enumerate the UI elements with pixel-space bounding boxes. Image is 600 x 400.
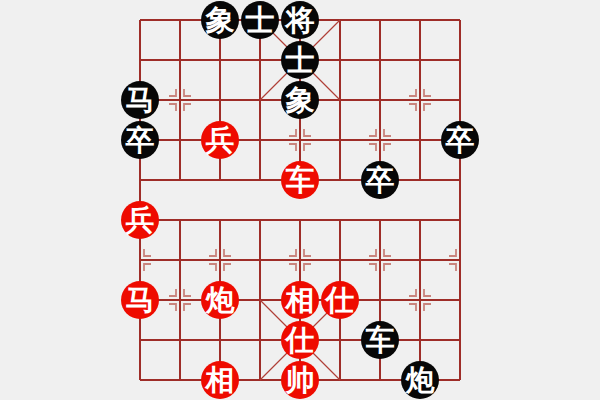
piece-black-horse[interactable]: 马 xyxy=(121,81,159,119)
piece-red-general[interactable]: 帅 xyxy=(281,361,319,399)
piece-black-soldier[interactable]: 卒 xyxy=(361,161,399,199)
xiangqi-board[interactable]: 象士将士马象卒兵卒车卒兵马炮相仕仕车相帅炮 xyxy=(0,0,600,400)
piece-red-soldier[interactable]: 兵 xyxy=(121,201,159,239)
board-grid[interactable]: 象士将士马象卒兵卒车卒兵马炮相仕仕车相帅炮 xyxy=(120,0,480,400)
piece-red-advisor[interactable]: 仕 xyxy=(281,321,319,359)
piece-black-cannon[interactable]: 炮 xyxy=(401,361,439,399)
piece-black-elephant[interactable]: 象 xyxy=(281,81,319,119)
piece-red-horse[interactable]: 马 xyxy=(121,281,159,319)
piece-red-elephant[interactable]: 相 xyxy=(281,281,319,319)
piece-black-soldier[interactable]: 卒 xyxy=(441,121,479,159)
piece-red-chariot[interactable]: 车 xyxy=(281,161,319,199)
piece-black-chariot[interactable]: 车 xyxy=(361,321,399,359)
piece-red-soldier[interactable]: 兵 xyxy=(201,121,239,159)
xiangqi-app: 象士将士马象卒兵卒车卒兵马炮相仕仕车相帅炮 xyxy=(0,0,600,400)
piece-red-elephant[interactable]: 相 xyxy=(201,361,239,399)
piece-black-soldier[interactable]: 卒 xyxy=(121,121,159,159)
piece-black-elephant[interactable]: 象 xyxy=(201,1,239,39)
piece-red-advisor[interactable]: 仕 xyxy=(321,281,359,319)
piece-black-general[interactable]: 将 xyxy=(281,1,319,39)
piece-black-advisor[interactable]: 士 xyxy=(281,41,319,79)
piece-red-cannon[interactable]: 炮 xyxy=(201,281,239,319)
piece-black-advisor[interactable]: 士 xyxy=(241,1,279,39)
